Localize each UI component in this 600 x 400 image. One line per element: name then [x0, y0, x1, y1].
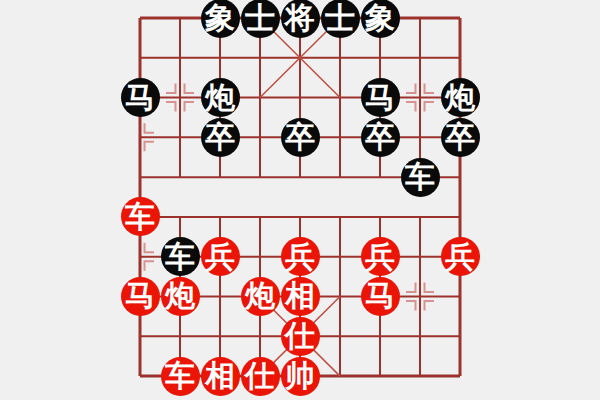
piece-black-pawn[interactable]: 卒 [441, 118, 480, 157]
piece-black-cannon[interactable]: 炮 [441, 78, 480, 117]
piece-black-chariot[interactable]: 车 [161, 237, 200, 276]
piece-black-general[interactable]: 将 [281, 0, 320, 38]
piece-black-pawn[interactable]: 卒 [281, 118, 320, 157]
piece-red-elephant[interactable]: 相 [281, 277, 320, 316]
piece-black-horse[interactable]: 马 [121, 78, 160, 117]
piece-red-pawn[interactable]: 兵 [361, 237, 400, 276]
piece-red-horse[interactable]: 马 [121, 277, 160, 316]
piece-black-chariot[interactable]: 车 [401, 158, 440, 197]
piece-red-chariot[interactable]: 车 [121, 197, 160, 236]
piece-black-horse[interactable]: 马 [361, 78, 400, 117]
piece-red-cannon[interactable]: 炮 [161, 277, 200, 316]
piece-red-cannon[interactable]: 炮 [241, 277, 280, 316]
piece-black-advisor[interactable]: 士 [241, 0, 280, 38]
piece-red-pawn[interactable]: 兵 [281, 237, 320, 276]
piece-red-advisor[interactable]: 仕 [281, 317, 320, 356]
piece-red-general[interactable]: 帅 [281, 357, 320, 396]
piece-black-elephant[interactable]: 象 [361, 0, 400, 38]
piece-black-pawn[interactable]: 卒 [361, 118, 400, 157]
piece-red-chariot[interactable]: 车 [161, 357, 200, 396]
piece-black-advisor[interactable]: 士 [321, 0, 360, 38]
piece-red-pawn[interactable]: 兵 [441, 237, 480, 276]
piece-black-cannon[interactable]: 炮 [201, 78, 240, 117]
xiangqi-board[interactable]: 象士将士象马炮马炮卒卒卒卒车车车兵兵兵兵马炮炮相马仕车相仕帅 [120, 0, 480, 396]
piece-red-pawn[interactable]: 兵 [201, 237, 240, 276]
piece-black-pawn[interactable]: 卒 [201, 118, 240, 157]
piece-red-horse[interactable]: 马 [361, 277, 400, 316]
piece-red-advisor[interactable]: 仕 [241, 357, 280, 396]
xiangqi-app-screen: 象士将士象马炮马炮卒卒卒卒车车车兵兵兵兵马炮炮相马仕车相仕帅 [0, 0, 600, 400]
piece-red-elephant[interactable]: 相 [201, 357, 240, 396]
piece-black-elephant[interactable]: 象 [201, 0, 240, 38]
